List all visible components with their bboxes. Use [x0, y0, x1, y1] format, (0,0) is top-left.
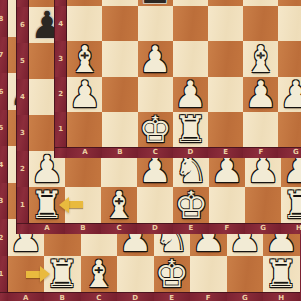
file-label: F: [243, 147, 278, 158]
rank-label: 1: [16, 187, 29, 223]
rank-label: 2: [0, 219, 8, 256]
square-a4[interactable]: [67, 6, 102, 41]
file-label: F: [209, 223, 245, 234]
file-label: D: [117, 292, 154, 301]
square-g3[interactable]: [278, 41, 301, 76]
white-bishop[interactable]: ♝: [102, 187, 136, 224]
white-pawn[interactable]: ♟: [244, 77, 277, 114]
rank-label: 8: [0, 0, 8, 37]
square-f1[interactable]: [190, 256, 227, 293]
white-pawn[interactable]: ♟: [68, 77, 101, 114]
square-e3[interactable]: [208, 41, 243, 76]
square-f3[interactable]: ♝: [243, 41, 278, 76]
rank-label: 2: [16, 151, 29, 187]
square-d1[interactable]: ♜: [173, 112, 208, 147]
rank-label: 4: [16, 79, 29, 115]
white-pawn[interactable]: ♟: [139, 42, 172, 79]
square-e1[interactable]: [208, 112, 243, 147]
white-rook[interactable]: ♜: [264, 256, 298, 294]
square-e2[interactable]: [208, 77, 243, 112]
square-d1[interactable]: [137, 187, 173, 223]
rank-label: 1: [0, 256, 8, 293]
square-h1[interactable]: ♜: [263, 256, 300, 293]
rank-label: 7: [0, 37, 8, 74]
square-b4[interactable]: [102, 6, 137, 41]
rank-label: 3: [16, 115, 29, 151]
border-corner: [16, 223, 29, 234]
rank-label: 6: [16, 7, 29, 43]
rank-label: 2: [54, 77, 67, 112]
square-f1[interactable]: [243, 112, 278, 147]
rank-label: 1: [54, 112, 67, 147]
square-g4[interactable]: [278, 6, 301, 41]
square-f2[interactable]: ♟: [243, 77, 278, 112]
white-bishop[interactable]: ♝: [82, 256, 116, 294]
square-h1[interactable]: ♜: [281, 187, 301, 223]
file-label: E: [208, 147, 243, 158]
white-rook[interactable]: ♜: [174, 112, 207, 149]
white-rook[interactable]: ♜: [45, 256, 79, 294]
file-label: B: [65, 223, 101, 234]
square-g1[interactable]: [278, 112, 301, 147]
file-label: A: [8, 292, 45, 301]
square-d1[interactable]: [117, 256, 154, 293]
rank-label: 6: [0, 73, 8, 110]
white-rook[interactable]: ♜: [282, 187, 301, 224]
square-d2[interactable]: ♟: [173, 77, 208, 112]
square-b2[interactable]: [102, 77, 137, 112]
square-a1[interactable]: [67, 112, 102, 147]
white-king[interactable]: ♚: [155, 256, 189, 294]
square-c1[interactable]: ♚: [138, 112, 173, 147]
move-arrow-shaft: [69, 201, 83, 208]
rank-label: 5: [16, 43, 29, 79]
square-d4[interactable]: [173, 6, 208, 41]
square-b1[interactable]: [102, 112, 137, 147]
rank-label: 5: [0, 110, 8, 147]
move-arrow-head: [40, 266, 50, 282]
square-e4[interactable]: [208, 6, 243, 41]
white-pawn[interactable]: ♟: [280, 77, 301, 114]
square-g2[interactable]: ♟: [278, 77, 301, 112]
file-label: G: [227, 292, 264, 301]
square-d3[interactable]: [173, 41, 208, 76]
file-label: B: [102, 147, 137, 158]
square-a2[interactable]: ♟: [67, 77, 102, 112]
move-arrow-head: [59, 197, 69, 213]
move-arrow-shaft: [26, 271, 41, 278]
chess-board-front: 8765♟43♝♟♝2♟♟♟♟1♚♜ABCDEFGH: [54, 0, 301, 158]
file-label: F: [190, 292, 227, 301]
border-corner: [0, 292, 8, 301]
white-king[interactable]: ♚: [174, 187, 208, 224]
rank-label: 4: [0, 146, 8, 183]
file-label: A: [67, 147, 102, 158]
square-a3[interactable]: ♝: [67, 41, 102, 76]
square-c1[interactable]: ♝: [81, 256, 118, 293]
white-king[interactable]: ♚: [139, 112, 172, 149]
file-label: G: [278, 147, 301, 158]
square-c2[interactable]: [138, 77, 173, 112]
square-g1[interactable]: [227, 256, 264, 293]
black-pawn[interactable]: ♟: [139, 0, 172, 10]
rank-label: 4: [54, 6, 67, 41]
square-b3[interactable]: [102, 41, 137, 76]
square-c3[interactable]: ♟: [138, 41, 173, 76]
square-c1[interactable]: ♝: [101, 187, 137, 223]
square-g1[interactable]: [245, 187, 281, 223]
border-corner: [54, 147, 67, 158]
square-c5[interactable]: ♟: [138, 0, 173, 6]
file-label: D: [137, 223, 173, 234]
rank-label: 3: [54, 41, 67, 76]
file-label: G: [245, 223, 281, 234]
square-f1[interactable]: [209, 187, 245, 223]
square-f4[interactable]: [243, 6, 278, 41]
cascade-stage: 876♟5432♟♟♞♟♟♟1♜♝♚♜ABCDEFGH876♟5432♟♟♞♟♟…: [0, 0, 301, 301]
square-e1[interactable]: ♚: [173, 187, 209, 223]
rank-label: 3: [0, 183, 8, 220]
square-e1[interactable]: ♚: [154, 256, 191, 293]
